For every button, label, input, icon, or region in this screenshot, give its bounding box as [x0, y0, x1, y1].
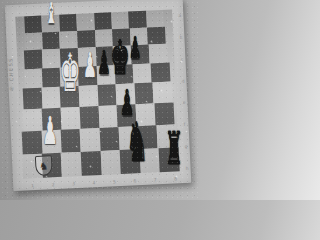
file-label: 8 [174, 176, 177, 181]
square-c2[interactable] [42, 49, 61, 68]
square-g3[interactable] [60, 128, 80, 152]
square-a4[interactable] [76, 13, 94, 30]
square-h4[interactable] [81, 150, 102, 175]
square-g1[interactable] [22, 130, 42, 154]
file-label: 2 [52, 182, 55, 187]
file-label: 6 [133, 178, 136, 183]
square-d1[interactable] [23, 68, 42, 88]
square-d7[interactable] [133, 63, 152, 83]
square-f4[interactable] [79, 106, 99, 129]
square-f3[interactable] [60, 106, 80, 129]
square-a7[interactable] [128, 11, 146, 28]
square-e4[interactable] [79, 85, 99, 106]
rank-label: b [179, 35, 182, 40]
white-pawn-glyph: ♟ [83, 49, 97, 84]
square-a6[interactable] [111, 11, 129, 28]
square-c1[interactable] [24, 50, 43, 69]
file-label: 1 [31, 183, 34, 188]
square-e1[interactable] [23, 88, 43, 109]
white-pawn-glyph: ♟ [42, 112, 58, 151]
file-label: 7 [154, 177, 157, 182]
square-h3[interactable] [61, 151, 82, 176]
chessboard-mat: ® CHESS 12345678 abcdefgh ♞ [5, 0, 192, 191]
black-pawn-glyph: ♟ [129, 34, 141, 64]
black-knight-glyph: ♞ [126, 114, 148, 169]
square-e7[interactable] [134, 82, 154, 103]
board [15, 9, 179, 178]
chessboard-photo-scene: ® CHESS 12345678 abcdefgh ♞ ♝♟♟♚♟♚♟♟♞♜ [0, 0, 200, 200]
square-b8[interactable] [147, 26, 165, 44]
square-b1[interactable] [24, 32, 42, 50]
square-d8[interactable] [151, 62, 170, 82]
square-b2[interactable] [42, 31, 60, 49]
rank-label: g [185, 144, 188, 149]
square-g5[interactable] [99, 127, 119, 151]
file-label: 3 [72, 181, 75, 186]
square-a3[interactable] [59, 14, 77, 31]
bottom-coordinate-labels: 12345678 [31, 176, 177, 188]
rank-label: e [183, 100, 186, 105]
square-e8[interactable] [153, 82, 173, 103]
square-a5[interactable] [94, 12, 112, 29]
black-king-glyph: ♚ [110, 34, 129, 82]
rank-label: h [186, 166, 189, 171]
black-pawn-glyph: ♟ [97, 47, 110, 80]
square-a8[interactable] [146, 10, 164, 27]
square-f5[interactable] [98, 105, 118, 128]
rank-label: c [180, 57, 183, 62]
rank-label: a [178, 13, 181, 18]
square-a1[interactable] [24, 16, 42, 33]
square-e2[interactable] [41, 87, 61, 108]
white-king-glyph: ♚ [59, 47, 80, 99]
square-e5[interactable] [97, 84, 117, 105]
square-d2[interactable] [41, 67, 60, 87]
square-h5[interactable] [100, 150, 121, 175]
file-label: 4 [92, 180, 95, 185]
logo-knight-icon: ♞ [39, 160, 48, 171]
square-g4[interactable] [80, 127, 100, 151]
board-rows [15, 9, 179, 178]
rank-label: d [182, 78, 185, 83]
white-bishop-glyph: ♝ [45, 0, 57, 29]
square-c8[interactable] [149, 44, 168, 63]
dust-speckles [0, 0, 1, 1]
square-f1[interactable] [22, 108, 42, 131]
file-label: 5 [113, 179, 116, 184]
rank-label: f [184, 122, 187, 127]
black-rook-glyph: ♜ [165, 125, 183, 171]
